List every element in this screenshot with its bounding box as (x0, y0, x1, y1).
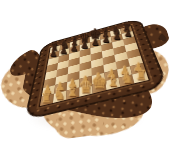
square-b4[interactable] (56, 67, 68, 77)
square-h5[interactable] (125, 42, 139, 51)
square-a4[interactable] (45, 70, 57, 80)
chess-set-photo: ♜♞♝♛♚♝♞♜♟♟♟♟♟♟♟♟♟♟♟♟♟♟♟♟♜♞♝♛♚♝♞♜ (0, 0, 170, 141)
board-grid: ♜♞♝♛♚♝♞♜♟♟♟♟♟♟♟♟♟♟♟♟♟♟♟♟♜♞♝♛♚♝♞♜ (40, 26, 149, 106)
piece-black-pawn[interactable]: ♟ (117, 29, 140, 38)
piece-white-rook[interactable]: ♜ (127, 69, 156, 82)
square-h1[interactable]: ♜ (132, 71, 149, 83)
